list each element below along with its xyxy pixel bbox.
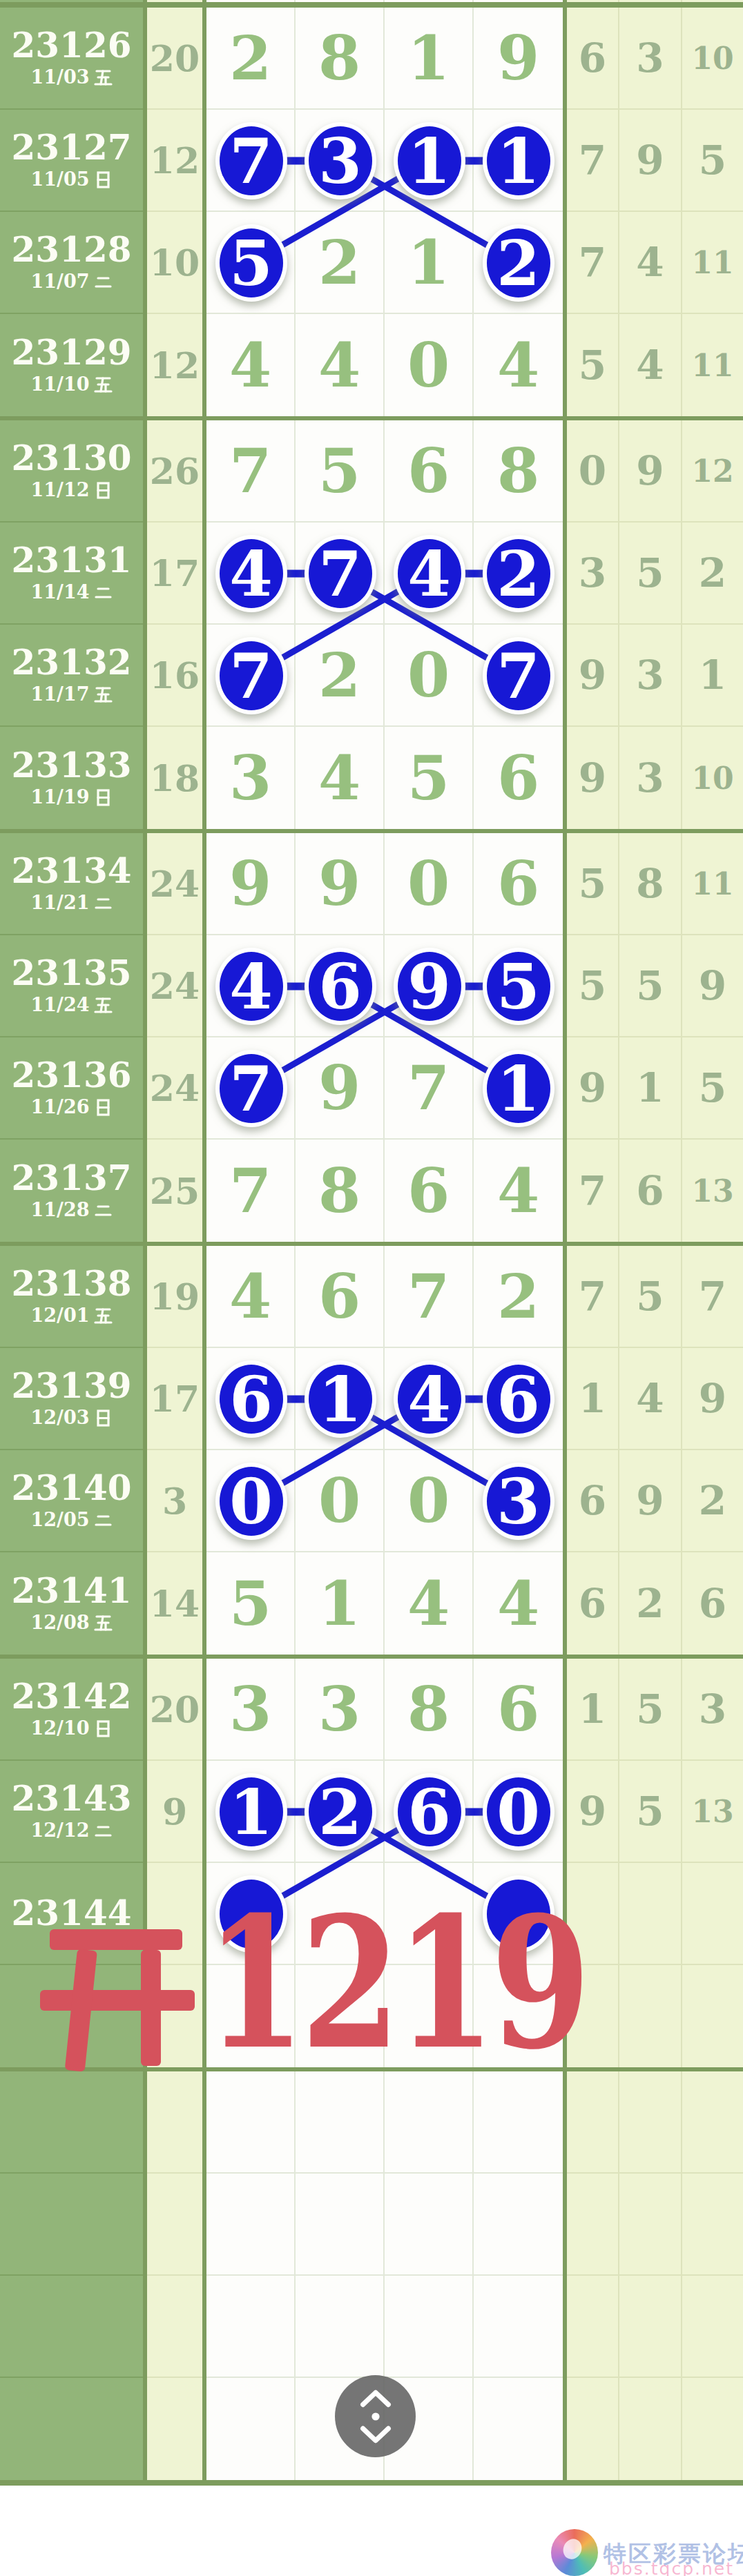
table-row: 2314212/10 203386153: [0, 1659, 743, 1761]
stat-value: 8: [636, 860, 664, 907]
digit-cell: [206, 1965, 296, 2067]
digit-cell: [385, 2174, 474, 2276]
stat-cell: 3: [619, 8, 682, 110]
chart-digit: 2: [229, 22, 271, 94]
digit-cell: [296, 0, 385, 2]
stat-value: 2: [699, 549, 726, 596]
chart-digit: 7: [229, 1155, 271, 1227]
draw-id-cell: 2313611/26: [0, 1037, 143, 1140]
stat-cell: 3: [567, 523, 619, 625]
stat-cell: 4: [619, 1348, 682, 1450]
stat-cell: [682, 2378, 743, 2480]
miss-count-cell: [147, 2071, 202, 2174]
miss-count-cell: [147, 2378, 202, 2480]
draw-id: 23134: [12, 852, 132, 890]
chart-digit: 8: [318, 1155, 360, 1227]
digit-cell: 4: [296, 727, 385, 829]
weekday-glyph: [94, 788, 113, 807]
draw-date: 11/14: [30, 580, 112, 605]
chart-digit: 4: [497, 329, 539, 401]
weekday-glyph: [94, 996, 113, 1015]
stat-cell: 0: [567, 420, 619, 523]
miss-count: 19: [150, 1276, 200, 1318]
chart-digit: 4: [229, 1260, 271, 1332]
draw-id: 23133: [12, 746, 132, 785]
circled-digit: 3: [305, 122, 376, 199]
stat-value: 9: [579, 1064, 606, 1111]
stat-cell: [567, 1863, 619, 1965]
draw-id-cell: 2313511/24: [0, 935, 143, 1037]
draw-id: 23126: [12, 26, 132, 65]
draw-id: 23132: [12, 643, 132, 682]
stat-cell: [567, 1965, 619, 2067]
stat-value: 12: [691, 453, 733, 489]
stat-value: 5: [636, 962, 664, 1009]
stat-cell: 7: [567, 1140, 619, 1242]
table-row: 2313211/17 1620931: [0, 625, 743, 727]
digit-cell: 6: [296, 1246, 385, 1348]
circled-digit: 1: [483, 122, 554, 199]
digit-cell: 0: [385, 833, 474, 935]
draw-id-cell: 2314112/08: [0, 1552, 143, 1655]
chart-digit: 1: [407, 22, 450, 94]
chart-digit: 4: [407, 1568, 450, 1639]
stat-cell: 9: [619, 420, 682, 523]
stat-cell: [567, 0, 619, 2]
draw-id-cell: 2313912/03: [0, 1348, 143, 1450]
stat-value: 9: [636, 1477, 664, 1524]
stat-cell: 10: [682, 8, 743, 110]
draw-date: 11/28: [30, 1198, 112, 1222]
stat-cell: 11: [682, 212, 743, 314]
miss-count: 20: [150, 1688, 200, 1730]
scroll-arrows-icon: [354, 2385, 397, 2448]
chart-digit: 6: [497, 742, 539, 814]
digit-cell: 9: [296, 1037, 385, 1140]
stat-value: 1: [579, 1375, 606, 1422]
table-row: 2313311/19 1834569310: [0, 727, 743, 829]
weekday-glyph: [94, 170, 113, 189]
stat-value: 7: [699, 1273, 726, 1320]
miss-count: 24: [150, 965, 200, 1007]
chart-digit: 7: [407, 1260, 450, 1332]
stat-cell: 2: [682, 523, 743, 625]
draw-id-cell: 2314212/10: [0, 1659, 143, 1761]
miss-count: 9: [162, 1790, 187, 1833]
stat-value: 5: [636, 1686, 664, 1733]
miss-count: 17: [150, 1378, 200, 1420]
miss-count: 24: [150, 863, 200, 905]
chart-digit: 4: [318, 329, 360, 401]
lottery-trend-screen: 2312611/03 20281963102312711/05 12795231…: [0, 0, 743, 2576]
miss-count-cell: 16: [147, 625, 202, 727]
stat-cell: 7: [682, 1246, 743, 1348]
digit-cell: [385, 0, 474, 2]
stat-cell: 6: [567, 1552, 619, 1655]
digit-cell: [474, 2071, 563, 2174]
stat-cell: [619, 2276, 682, 2378]
draw-id-cell: 2312611/03: [0, 8, 143, 110]
draw-date: 12/01: [30, 1303, 112, 1328]
stat-cell: 10: [682, 727, 743, 829]
stat-cell: 5: [682, 110, 743, 212]
stat-cell: 9: [567, 1761, 619, 1863]
stat-value: 4: [636, 342, 664, 389]
stat-cell: 9: [567, 727, 619, 829]
stat-value: 3: [636, 652, 664, 699]
table-row: [0, 2071, 743, 2174]
circled-digit: 0: [483, 1773, 554, 1851]
chart-digit: 5: [407, 742, 450, 814]
miss-count-cell: 14: [147, 1552, 202, 1655]
stat-value: 9: [579, 652, 606, 699]
chart-digit: 5: [318, 435, 360, 507]
chart-digit: 6: [497, 1673, 539, 1745]
digit-cell: [206, 0, 296, 2]
chart-digit: 8: [407, 1673, 450, 1745]
stat-cell: 8: [619, 833, 682, 935]
chart-digit: 1: [318, 1568, 360, 1639]
stat-cell: 3: [619, 625, 682, 727]
draw-id-cell: [0, 2071, 143, 2174]
miss-count-cell: 24: [147, 935, 202, 1037]
stat-value: 9: [699, 962, 726, 1009]
stat-value: 1: [636, 1064, 664, 1111]
digit-cell: [206, 2276, 296, 2378]
weekday-glyph: [94, 583, 113, 602]
digit-cell: 4: [206, 314, 296, 416]
miss-count: 24: [150, 1067, 200, 1109]
stat-cell: 5: [619, 1761, 682, 1863]
stat-cell: 5: [619, 1659, 682, 1761]
digit-cell: 6: [385, 420, 474, 523]
stat-cell: 11: [682, 314, 743, 416]
chart-digit: 8: [497, 435, 539, 507]
draw-id-cell: 2314312/12: [0, 1761, 143, 1863]
draw-date: 11/05: [30, 167, 112, 192]
digit-cell: [296, 1863, 385, 1965]
miss-count: 26: [150, 450, 200, 492]
digit-cell: 4: [474, 1552, 563, 1655]
circled-digit: 1: [394, 122, 465, 199]
stat-cell: 5: [567, 833, 619, 935]
draw-date: 11/10: [30, 372, 112, 397]
digit-cell: 2: [296, 625, 385, 727]
stat-cell: 2: [682, 1450, 743, 1552]
digit-cell: 1: [385, 212, 474, 314]
circled-digit: 4: [215, 948, 287, 1025]
table-row: 2314112/08 145144626: [0, 1552, 743, 1655]
digit-cell: 0: [296, 1450, 385, 1552]
miss-count: 18: [150, 757, 200, 799]
circled-digit: 7: [215, 637, 287, 714]
miss-count-cell: 18: [147, 727, 202, 829]
weekday-glyph: [94, 894, 113, 913]
chart-digit: 7: [407, 1052, 450, 1124]
miss-count: 17: [150, 552, 200, 594]
digit-cell: 5: [296, 420, 385, 523]
digit-cell: [474, 2174, 563, 2276]
stat-cell: [682, 2174, 743, 2276]
stat-cell: [567, 2174, 619, 2276]
draw-date: 11/12: [30, 478, 112, 502]
digit-cell: [474, 0, 563, 2]
circled-digit: 6: [394, 1773, 465, 1851]
scroll-up-down-button[interactable]: [335, 2375, 416, 2457]
miss-count: 3: [162, 1480, 187, 1522]
draw-id-cell: [0, 2174, 143, 2276]
digit-cell: [296, 2071, 385, 2174]
circled-digit: 3: [483, 1463, 554, 1540]
miss-count-cell: 24: [147, 833, 202, 935]
chart-digit: 4: [497, 1568, 539, 1639]
stat-cell: 12: [682, 420, 743, 523]
stat-cell: [619, 1965, 682, 2067]
stat-cell: [567, 2071, 619, 2174]
stat-cell: 4: [619, 212, 682, 314]
weekday-glyph: [94, 1307, 113, 1325]
draw-id-cell: 2313011/12: [0, 420, 143, 523]
circled-digit: 9: [394, 948, 465, 1025]
circled-digit: 5: [215, 224, 287, 302]
watermark-site-url: bbs.tqcp.net: [609, 2559, 734, 2576]
chart-digit: 6: [407, 1155, 450, 1227]
digit-cell: [296, 2276, 385, 2378]
chart-digit: 0: [407, 1465, 450, 1536]
digit-cell: [206, 2071, 296, 2174]
circled-digit: 4: [394, 1360, 465, 1438]
digit-cell: 4: [296, 314, 385, 416]
stat-cell: [682, 2276, 743, 2378]
draw-date: 12/03: [30, 1405, 112, 1430]
weekday-glyph: [94, 1098, 113, 1117]
chart-digit: 6: [318, 1260, 360, 1332]
chart-digit: 2: [318, 639, 360, 711]
stat-value: 10: [691, 761, 733, 796]
draw-id: 23137: [12, 1159, 132, 1198]
stat-cell: [619, 2071, 682, 2174]
digit-cell: [206, 2378, 296, 2480]
draw-id: 23141: [12, 1572, 132, 1610]
stat-cell: 5: [619, 523, 682, 625]
miss-count: 14: [150, 1583, 200, 1625]
stat-value: 7: [579, 137, 606, 184]
stat-cell: 4: [619, 314, 682, 416]
chart-digit: 9: [229, 848, 271, 919]
digit-cell: [206, 2174, 296, 2276]
circled-digit: 2: [483, 535, 554, 612]
stat-cell: 1: [619, 1037, 682, 1140]
miss-count-cell: 26: [147, 420, 202, 523]
weekday-glyph: [94, 481, 113, 500]
miss-count: 10: [150, 242, 200, 284]
digit-cell: 9: [206, 833, 296, 935]
circled-digit: 6: [215, 1360, 287, 1438]
chart-digit: 4: [318, 742, 360, 814]
stat-cell: 1: [567, 1659, 619, 1761]
digit-cell: 7: [206, 1140, 296, 1242]
stat-cell: [619, 2174, 682, 2276]
digit-cell: [385, 1863, 474, 1965]
stat-cell: 3: [682, 1659, 743, 1761]
circled-digit: 7: [305, 535, 376, 612]
draw-id: 23131: [12, 541, 132, 580]
table-top-border: [0, 2, 743, 8]
chart-digit: 5: [229, 1568, 271, 1639]
circled-digit: 0: [215, 1463, 287, 1540]
stat-value: 6: [579, 1477, 606, 1524]
miss-count-cell: 3: [147, 1450, 202, 1552]
chart-digit: 2: [497, 1260, 539, 1332]
miss-count-cell: 20: [147, 8, 202, 110]
weekday-glyph: [94, 1719, 113, 1738]
stat-cell: 9: [567, 1037, 619, 1140]
draw-date: 12/10: [30, 1716, 112, 1741]
chart-digit: 0: [318, 1465, 360, 1536]
stat-value: 4: [636, 1375, 664, 1422]
table-bottom-border: [0, 2480, 743, 2486]
circled-digit: 7: [483, 637, 554, 714]
weekday-glyph: [94, 273, 113, 291]
circled-digit: 6: [483, 1360, 554, 1438]
digit-cell: 7: [206, 420, 296, 523]
draw-id: 23136: [12, 1056, 132, 1095]
miss-count-cell: 12: [147, 110, 202, 212]
stat-cell: [619, 0, 682, 2]
digit-cell: 1: [385, 8, 474, 110]
chart-digit: 8: [318, 22, 360, 94]
stat-value: 6: [636, 1167, 664, 1214]
forum-logo-icon: [551, 2529, 598, 2576]
chart-digit: 3: [229, 742, 271, 814]
stat-cell: 9: [682, 935, 743, 1037]
chart-digit: 6: [407, 435, 450, 507]
stat-value: 13: [691, 1173, 733, 1209]
stat-cell: 5: [619, 935, 682, 1037]
stat-cell: 6: [567, 1450, 619, 1552]
stat-value: 5: [636, 1788, 664, 1835]
miss-count-cell: [147, 2174, 202, 2276]
circled-digit: 7: [215, 122, 287, 199]
digit-cell: [385, 2276, 474, 2378]
draw-id: 23129: [12, 333, 132, 372]
stat-cell: 5: [567, 935, 619, 1037]
digit-cell: [296, 1965, 385, 2067]
weekday-glyph: [94, 68, 113, 87]
stat-cell: 9: [682, 1348, 743, 1450]
stat-cell: 5: [619, 1246, 682, 1348]
draw-id-cell: 2313211/17: [0, 625, 143, 727]
draw-date: 11/07: [30, 269, 112, 294]
draw-id-cell: 2313812/01: [0, 1246, 143, 1348]
circled-digit: [483, 1875, 554, 1953]
weekday-glyph: [94, 1822, 113, 1840]
miss-count-cell: 25: [147, 1140, 202, 1242]
miss-count: 12: [150, 139, 200, 182]
table-row: 2313611/26 2497915: [0, 1037, 743, 1140]
draw-id-cell: 2313711/28: [0, 1140, 143, 1242]
chart-digit: 4: [497, 1155, 539, 1227]
stat-value: 5: [699, 137, 726, 184]
stat-cell: [619, 1863, 682, 1965]
chart-digit: 0: [407, 848, 450, 919]
table-row: 2314012/05 300692: [0, 1450, 743, 1552]
digit-cell: 8: [385, 1659, 474, 1761]
table-row: 2313812/01 194672757: [0, 1246, 743, 1348]
draw-id-cell: [0, 1965, 143, 2067]
stat-cell: 13: [682, 1140, 743, 1242]
table-row: [0, 1965, 743, 2067]
digit-cell: 4: [474, 314, 563, 416]
circled-digit: 1: [483, 1050, 554, 1127]
stat-value: 3: [699, 1686, 726, 1733]
stat-cell: 6: [682, 1552, 743, 1655]
table-row: [0, 2174, 743, 2276]
draw-date: 12/12: [30, 1818, 112, 1843]
circled-digit: 1: [305, 1360, 376, 1438]
digit-cell: 8: [296, 1140, 385, 1242]
draw-id-cell: 2314012/05: [0, 1450, 143, 1552]
draw-date: 11/26: [30, 1095, 112, 1120]
circled-digit: 5: [483, 948, 554, 1025]
circled-digit: 4: [215, 535, 287, 612]
table-row: 2312811/07 10217411: [0, 212, 743, 314]
miss-count-cell: [147, 1965, 202, 2067]
stat-value: 9: [636, 137, 664, 184]
digit-cell: [474, 1965, 563, 2067]
weekday-glyph: [94, 1614, 113, 1632]
stat-value: 5: [636, 549, 664, 596]
draw-id-cell: 23144: [0, 1863, 143, 1965]
stat-value: 9: [579, 754, 606, 801]
stat-cell: 6: [619, 1140, 682, 1242]
table-row: 2313711/28 2578647613: [0, 1140, 743, 1242]
digit-cell: 8: [474, 420, 563, 523]
draw-id: 23128: [12, 231, 132, 269]
miss-count-cell: [147, 0, 202, 2]
stat-value: 5: [579, 342, 606, 389]
stat-cell: 9: [567, 625, 619, 727]
stat-value: 7: [579, 1273, 606, 1320]
stat-cell: [682, 1965, 743, 2067]
stat-value: 2: [636, 1580, 664, 1627]
draw-id-cell: 2313411/21: [0, 833, 143, 935]
chart-digit: 9: [318, 1052, 360, 1124]
trend-table: 2312611/03 20281963102312711/05 12795231…: [0, 0, 743, 2486]
digit-cell: 6: [474, 1659, 563, 1761]
miss-count-cell: 9: [147, 1761, 202, 1863]
miss-count-cell: 19: [147, 1246, 202, 1348]
miss-count: 20: [150, 37, 200, 79]
miss-count-cell: 12: [147, 314, 202, 416]
digit-cell: 6: [474, 727, 563, 829]
stat-cell: [619, 2378, 682, 2480]
chart-digit: 0: [407, 639, 450, 711]
miss-count-cell: [147, 1863, 202, 1965]
miss-count-cell: 24: [147, 1037, 202, 1140]
stat-value: 5: [579, 860, 606, 907]
stat-cell: [682, 2071, 743, 2174]
miss-count-cell: 20: [147, 1659, 202, 1761]
digit-cell: 5: [385, 727, 474, 829]
weekday-glyph: [94, 1201, 113, 1220]
draw-id: 23135: [12, 954, 132, 993]
draw-date: 12/08: [30, 1610, 112, 1635]
stat-value: 5: [579, 962, 606, 1009]
chart-digit: 6: [497, 848, 539, 919]
stat-cell: 1: [682, 625, 743, 727]
draw-id-cell: 2312911/10: [0, 314, 143, 416]
